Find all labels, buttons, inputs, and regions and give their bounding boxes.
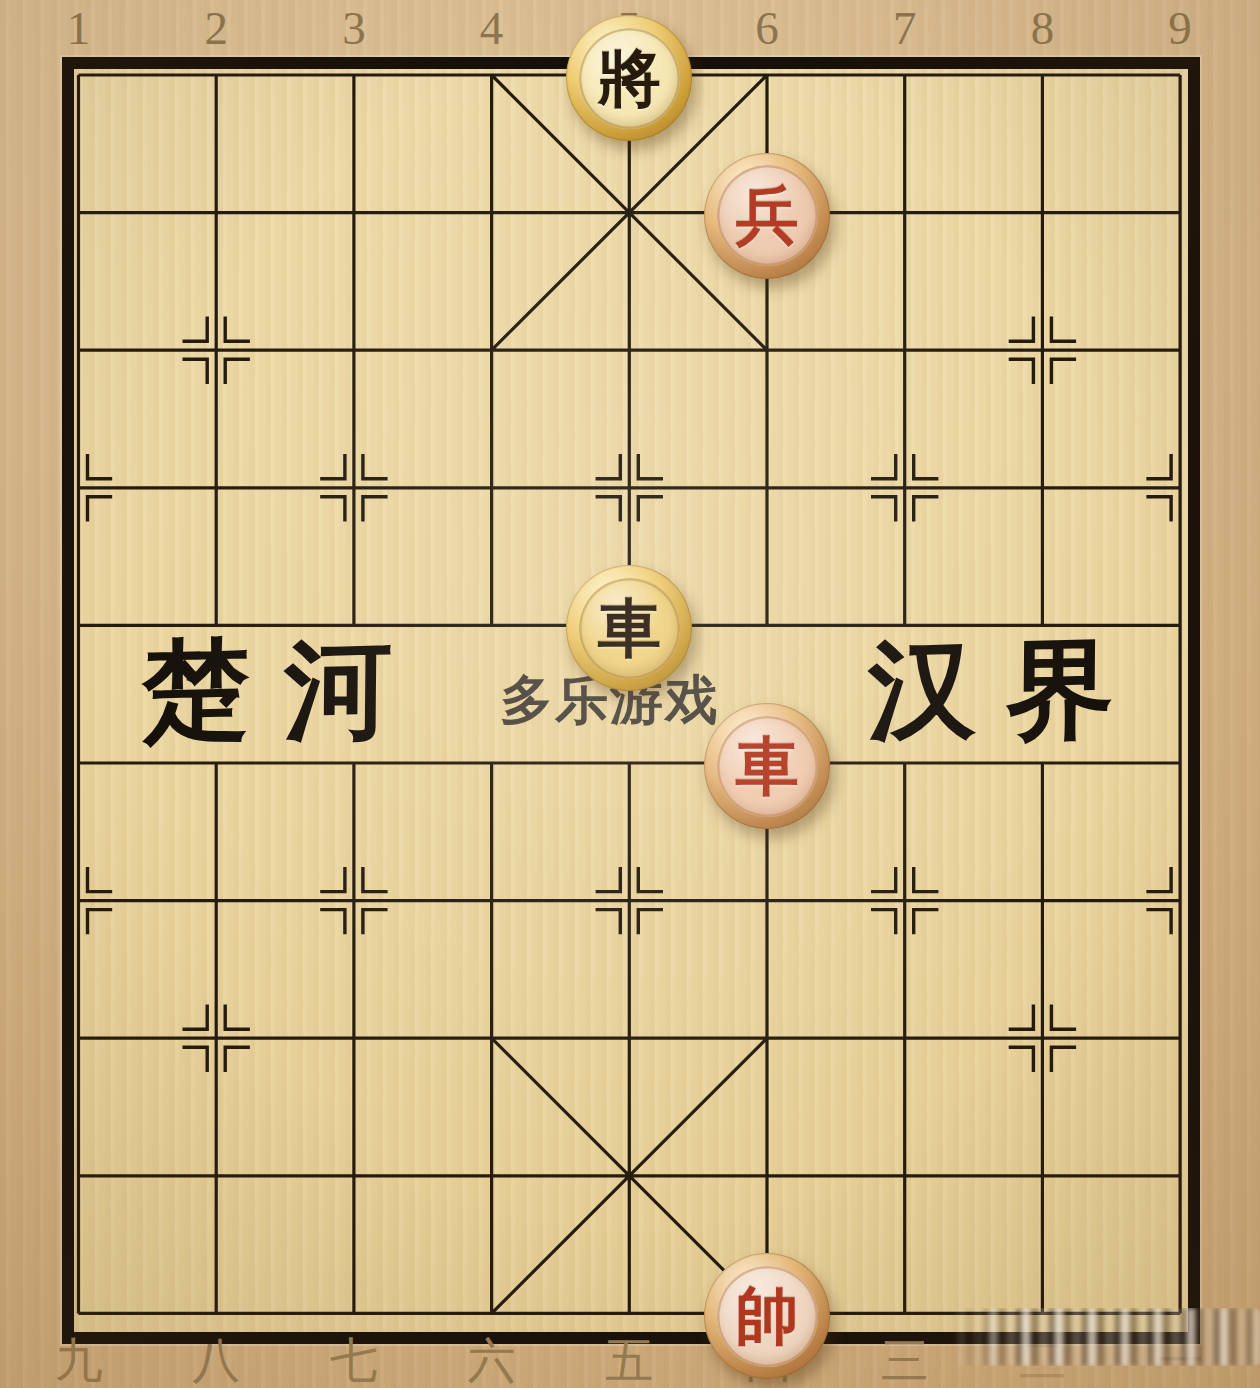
file-number-top: 3 xyxy=(319,2,389,54)
piece-black-chariot[interactable]: 車 xyxy=(566,565,692,691)
river-char: 界 xyxy=(1005,617,1114,766)
river-label-left: 楚 河 xyxy=(142,624,392,758)
file-number-top: 9 xyxy=(1145,2,1215,54)
file-number-top: 4 xyxy=(457,2,527,54)
file-number-bottom: 六 xyxy=(457,1332,527,1388)
file-number-top: 2 xyxy=(181,2,251,54)
piece-glyph: 兵 xyxy=(736,184,799,247)
file-number-bottom: 八 xyxy=(181,1332,251,1388)
piece-red-chariot[interactable]: 車 xyxy=(704,703,830,829)
motion-blur-watermark xyxy=(950,1308,1260,1366)
file-number-top: 7 xyxy=(870,2,940,54)
river-label-right: 汉 界 xyxy=(868,624,1114,758)
piece-face: 將 xyxy=(579,28,680,129)
piece-red-general[interactable]: 帥 xyxy=(704,1253,830,1379)
file-number-top: 8 xyxy=(1007,2,1077,54)
file-number-top: 6 xyxy=(732,2,802,54)
file-number-bottom: 五 xyxy=(594,1332,664,1388)
file-number-top: 1 xyxy=(44,2,114,54)
piece-face: 車 xyxy=(717,716,818,817)
piece-glyph: 車 xyxy=(736,735,799,798)
file-number-bottom: 七 xyxy=(319,1332,389,1388)
river-char: 楚 xyxy=(141,617,250,766)
piece-face: 帥 xyxy=(717,1266,818,1367)
piece-face: 車 xyxy=(579,578,680,679)
piece-face: 兵 xyxy=(717,165,818,266)
piece-glyph: 將 xyxy=(598,47,661,110)
piece-glyph: 帥 xyxy=(736,1285,799,1348)
file-number-bottom: 九 xyxy=(44,1332,114,1388)
file-number-bottom: 三 xyxy=(870,1332,940,1388)
river-char: 汉 xyxy=(867,617,976,766)
xiangqi-app: 123456789 九八七六五四三二一 楚 河 汉 界 多乐游戏 將兵車車帥 xyxy=(0,0,1260,1388)
piece-glyph: 車 xyxy=(598,597,661,660)
piece-black-general[interactable]: 將 xyxy=(566,15,692,141)
river-char: 河 xyxy=(283,617,392,766)
piece-red-soldier[interactable]: 兵 xyxy=(704,153,830,279)
